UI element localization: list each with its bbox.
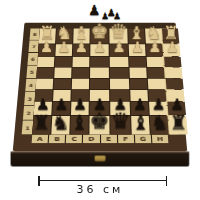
- square-d6: [90, 57, 108, 67]
- square-e6: [110, 57, 129, 67]
- white-pawn-icon: ♟: [165, 40, 178, 55]
- black-rook-icon: ♜: [33, 113, 51, 133]
- coordinate-label: D: [83, 135, 99, 144]
- square-g5: [147, 68, 165, 78]
- square-a6: [37, 57, 54, 67]
- square-c7: ♟: [73, 44, 90, 56]
- square-e4: [110, 79, 129, 90]
- box-front: [11, 151, 190, 166]
- square-g4: [148, 79, 166, 90]
- square-a7: ♟: [38, 44, 55, 56]
- square-b6: [55, 57, 72, 67]
- black-knight-icon: ♞: [150, 113, 168, 133]
- white-pawn-icon: ♟: [131, 40, 144, 55]
- black-knight-icon: ♞: [52, 113, 70, 133]
- square-b1: ♞: [51, 116, 70, 135]
- white-pawn-icon: ♟: [93, 40, 106, 55]
- square-e7: ♟: [110, 44, 128, 56]
- coordinate-label: C: [66, 135, 82, 144]
- coordinate-label: G: [135, 135, 151, 144]
- square-c6: [73, 57, 90, 67]
- square-g7: ♟: [146, 44, 163, 56]
- square-c5: [72, 68, 89, 78]
- box-clasp-icon: [95, 156, 106, 161]
- square-f4: [130, 79, 148, 90]
- white-pawn-icon: ♟: [75, 40, 88, 55]
- coordinate-label: E: [101, 135, 117, 144]
- square-f1: ♝: [131, 116, 150, 135]
- board-scene: 87654321 87654321 ABCDEFGH ♜♞♝♚♛♝♞♜♟♟♟♟♟…: [19, 0, 181, 173]
- square-a4: [36, 79, 54, 90]
- coordinate-label: F: [118, 135, 134, 144]
- square-a5: [36, 68, 54, 78]
- dimension-line: [38, 180, 167, 181]
- square-d1: ♚: [90, 116, 110, 135]
- white-pawn-icon: ♟: [148, 40, 161, 55]
- dimension-label: 36 см: [0, 183, 200, 196]
- square-f5: [129, 68, 146, 78]
- square-e5: [110, 68, 129, 78]
- white-pawn-icon: ♟: [40, 40, 53, 55]
- black-bishop-icon: ♝: [131, 113, 149, 133]
- coordinate-label: B: [49, 135, 65, 144]
- black-bishop-icon: ♝: [71, 113, 89, 133]
- square-g6: [146, 57, 163, 67]
- product-photo: ♟ ♟ ♟ ♟ 87654321 87654321 ABCDEFGH ♜♞♝♚♛…: [0, 0, 200, 200]
- square-b5: [54, 68, 71, 78]
- square-b7: ♟: [55, 44, 72, 56]
- black-queen-icon: ♛: [111, 110, 131, 132]
- square-h7: ♟: [163, 44, 180, 56]
- square-h1: ♜: [168, 116, 187, 135]
- coordinate-label: A: [32, 135, 49, 144]
- white-pawn-icon: ♟: [57, 40, 70, 55]
- squares-grid: ♜♞♝♚♛♝♞♜♟♟♟♟♟♟♟♟♟♟♟♟♟♟♟♟♜♞♝♚♛♝♞♜: [32, 28, 167, 134]
- square-a1: ♜: [32, 116, 51, 135]
- white-pawn-icon: ♟: [112, 40, 125, 55]
- black-rook-icon: ♜: [169, 113, 187, 133]
- square-d7: ♟: [90, 44, 108, 56]
- square-b4: [54, 79, 72, 90]
- square-g1: ♞: [150, 116, 169, 135]
- square-f7: ♟: [129, 44, 146, 56]
- black-king-icon: ♚: [90, 110, 110, 132]
- coordinate-label: H: [152, 135, 169, 144]
- square-d4: [90, 79, 109, 90]
- square-c1: ♝: [70, 116, 88, 135]
- chessboard: 87654321 87654321 ABCDEFGH ♜♞♝♚♛♝♞♜♟♟♟♟♟…: [13, 23, 188, 152]
- square-d5: [90, 68, 109, 78]
- file-labels: ABCDEFGH: [32, 135, 169, 144]
- square-f6: [129, 57, 146, 67]
- square-c4: [72, 79, 89, 90]
- square-e1: ♛: [110, 116, 130, 135]
